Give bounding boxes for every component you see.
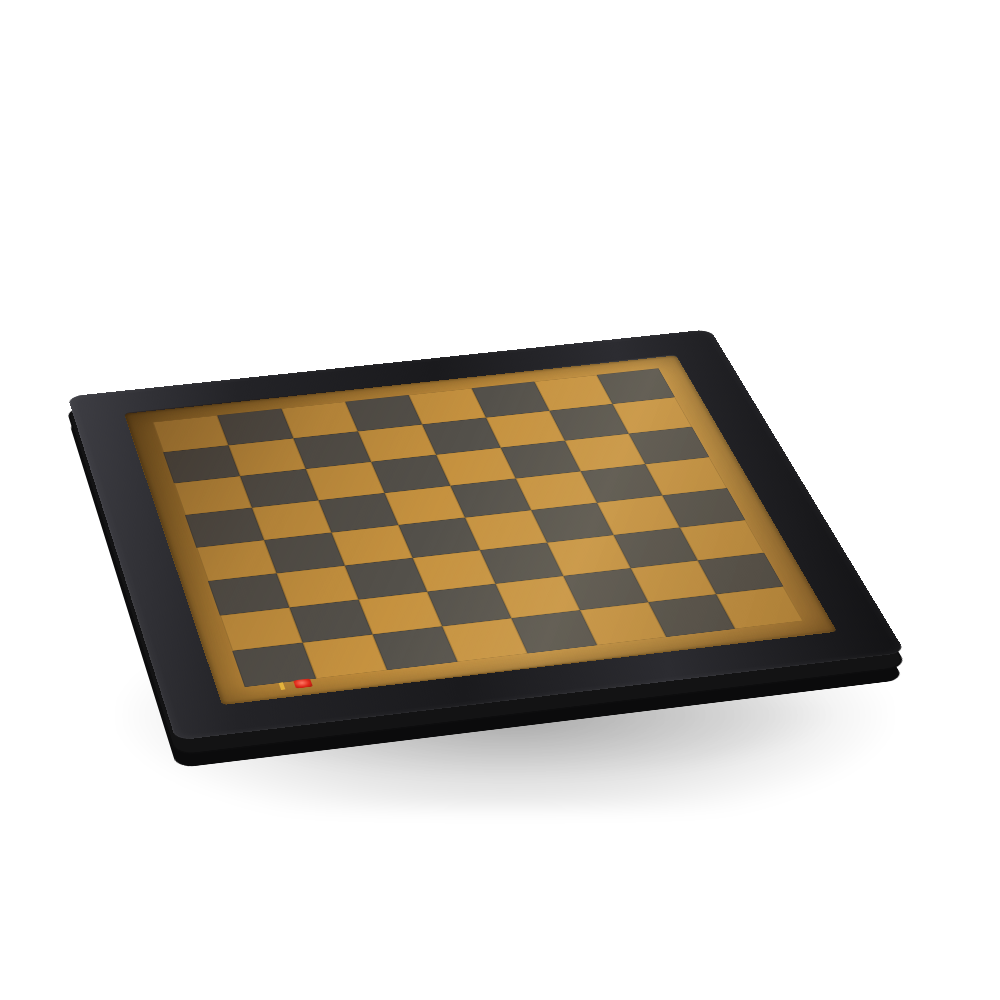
sticker-red-logo xyxy=(293,679,313,689)
sticker-yellow-stripe xyxy=(279,682,286,690)
perspective-scene xyxy=(0,0,1000,1000)
board-surface xyxy=(124,355,837,705)
product-photo-canvas xyxy=(0,0,1000,1000)
checkers-board-3d xyxy=(67,329,905,740)
checkers-grid xyxy=(153,369,804,688)
